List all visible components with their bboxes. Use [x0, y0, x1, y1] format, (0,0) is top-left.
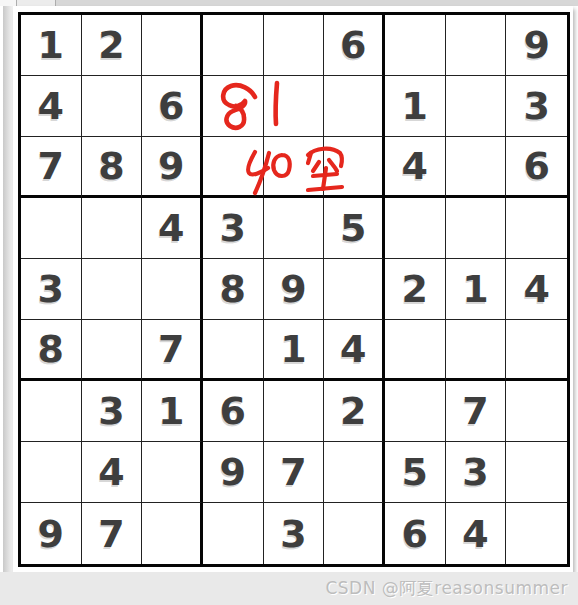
sudoku-cell-r4c7: [385, 198, 446, 259]
sudoku-cell-r8c2: 4: [82, 442, 143, 503]
sudoku-cell-r8c9: [506, 442, 567, 503]
sudoku-cell-r5c8: 1: [446, 259, 507, 320]
sudoku-cell-r2c2: [82, 76, 143, 137]
sudoku-cell-r3c6: [324, 137, 385, 198]
sudoku-cell-r9c9: [506, 503, 567, 564]
sudoku-cell-r2c7: 1: [385, 76, 446, 137]
sudoku-cell-r6c8: [446, 320, 507, 381]
sudoku-cell-r4c8: [446, 198, 507, 259]
sudoku-cell-r4c1: [21, 198, 82, 259]
watermark-text: CSDN @阿夏reasonsummer: [325, 577, 568, 600]
sudoku-cell-r1c7: [385, 15, 446, 76]
sudoku-cell-r5c6: [324, 259, 385, 320]
sudoku-cell-r2c8: [446, 76, 507, 137]
sudoku-cell-r8c6: [324, 442, 385, 503]
sudoku-cell-r2c1: 4: [21, 76, 82, 137]
sudoku-cell-r4c9: [506, 198, 567, 259]
sudoku-cell-r7c7: [385, 381, 446, 442]
sudoku-cell-r1c5: [264, 15, 325, 76]
sudoku-cell-r5c1: 3: [21, 259, 82, 320]
sudoku-cell-r8c3: [142, 442, 203, 503]
sudoku-cell-r4c5: [264, 198, 325, 259]
sudoku-cell-r6c4: [203, 320, 264, 381]
sudoku-cell-r2c4: [203, 76, 264, 137]
sudoku-cell-r9c8: 4: [446, 503, 507, 564]
sudoku-cell-r5c9: 4: [506, 259, 567, 320]
sudoku-cell-r4c2: [82, 198, 143, 259]
sudoku-cell-r6c3: 7: [142, 320, 203, 381]
sudoku-cell-r9c7: 6: [385, 503, 446, 564]
sudoku-cell-r6c6: 4: [324, 320, 385, 381]
sudoku-cell-r2c9: 3: [506, 76, 567, 137]
sudoku-cell-r1c8: [446, 15, 507, 76]
sudoku-cell-r8c1: [21, 442, 82, 503]
left-scroll-strip: [3, 6, 13, 572]
sudoku-cell-r7c3: 1: [142, 381, 203, 442]
sudoku-cell-r2c5: [264, 76, 325, 137]
sudoku-cell-r4c3: 4: [142, 198, 203, 259]
sudoku-cell-r7c8: 7: [446, 381, 507, 442]
sudoku-cell-r1c3: [142, 15, 203, 76]
sudoku-cell-r7c6: 2: [324, 381, 385, 442]
sudoku-cell-r6c2: [82, 320, 143, 381]
sudoku-cell-r7c9: [506, 381, 567, 442]
sudoku-cell-r6c7: [385, 320, 446, 381]
sudoku-cell-r2c6: [324, 76, 385, 137]
sudoku-cell-r3c1: 7: [21, 137, 82, 198]
sudoku-board-panel: 1269461378946435389214871431627497539736…: [13, 6, 573, 572]
sudoku-cell-r9c3: [142, 503, 203, 564]
sudoku-cell-r7c1: [21, 381, 82, 442]
sudoku-cell-r8c7: 5: [385, 442, 446, 503]
sudoku-cell-r8c4: 9: [203, 442, 264, 503]
sudoku-cell-r5c7: 2: [385, 259, 446, 320]
sudoku-cell-r7c2: 3: [82, 381, 143, 442]
sudoku-cell-r9c2: 7: [82, 503, 143, 564]
sudoku-cell-r5c2: [82, 259, 143, 320]
sudoku-cell-r9c1: 9: [21, 503, 82, 564]
sudoku-cell-r9c5: 3: [264, 503, 325, 564]
sudoku-cell-r3c2: 8: [82, 137, 143, 198]
sudoku-cell-r1c6: 6: [324, 15, 385, 76]
sudoku-cell-r8c8: 3: [446, 442, 507, 503]
sudoku-cell-r6c5: 1: [264, 320, 325, 381]
sudoku-cell-r3c9: 6: [506, 137, 567, 198]
watermark-strip: CSDN @阿夏reasonsummer: [0, 572, 578, 605]
sudoku-cell-r7c4: 6: [203, 381, 264, 442]
sudoku-cell-r3c4: [203, 137, 264, 198]
sudoku-cell-r6c9: [506, 320, 567, 381]
sudoku-cell-r5c4: 8: [203, 259, 264, 320]
sudoku-cell-r3c7: 4: [385, 137, 446, 198]
sudoku-cell-r2c3: 6: [142, 76, 203, 137]
sudoku-cell-r1c4: [203, 15, 264, 76]
sudoku-cell-r9c4: [203, 503, 264, 564]
sudoku-cell-r1c2: 2: [82, 15, 143, 76]
sudoku-cell-r5c5: 9: [264, 259, 325, 320]
sudoku-cell-r8c5: 7: [264, 442, 325, 503]
sudoku-cell-r3c5: [264, 137, 325, 198]
sudoku-cell-r9c6: [324, 503, 385, 564]
sudoku-cell-r3c8: [446, 137, 507, 198]
sudoku-cell-r7c5: [264, 381, 325, 442]
sudoku-cell-r5c3: [142, 259, 203, 320]
sudoku-cell-r6c1: 8: [21, 320, 82, 381]
sudoku-cell-r4c6: 5: [324, 198, 385, 259]
sudoku-cell-r1c1: 1: [21, 15, 82, 76]
sudoku-cell-r1c9: 9: [506, 15, 567, 76]
sudoku-grid: 1269461378946435389214871431627497539736…: [18, 12, 570, 567]
sudoku-cell-r3c3: 9: [142, 137, 203, 198]
sudoku-cell-r4c4: 3: [203, 198, 264, 259]
